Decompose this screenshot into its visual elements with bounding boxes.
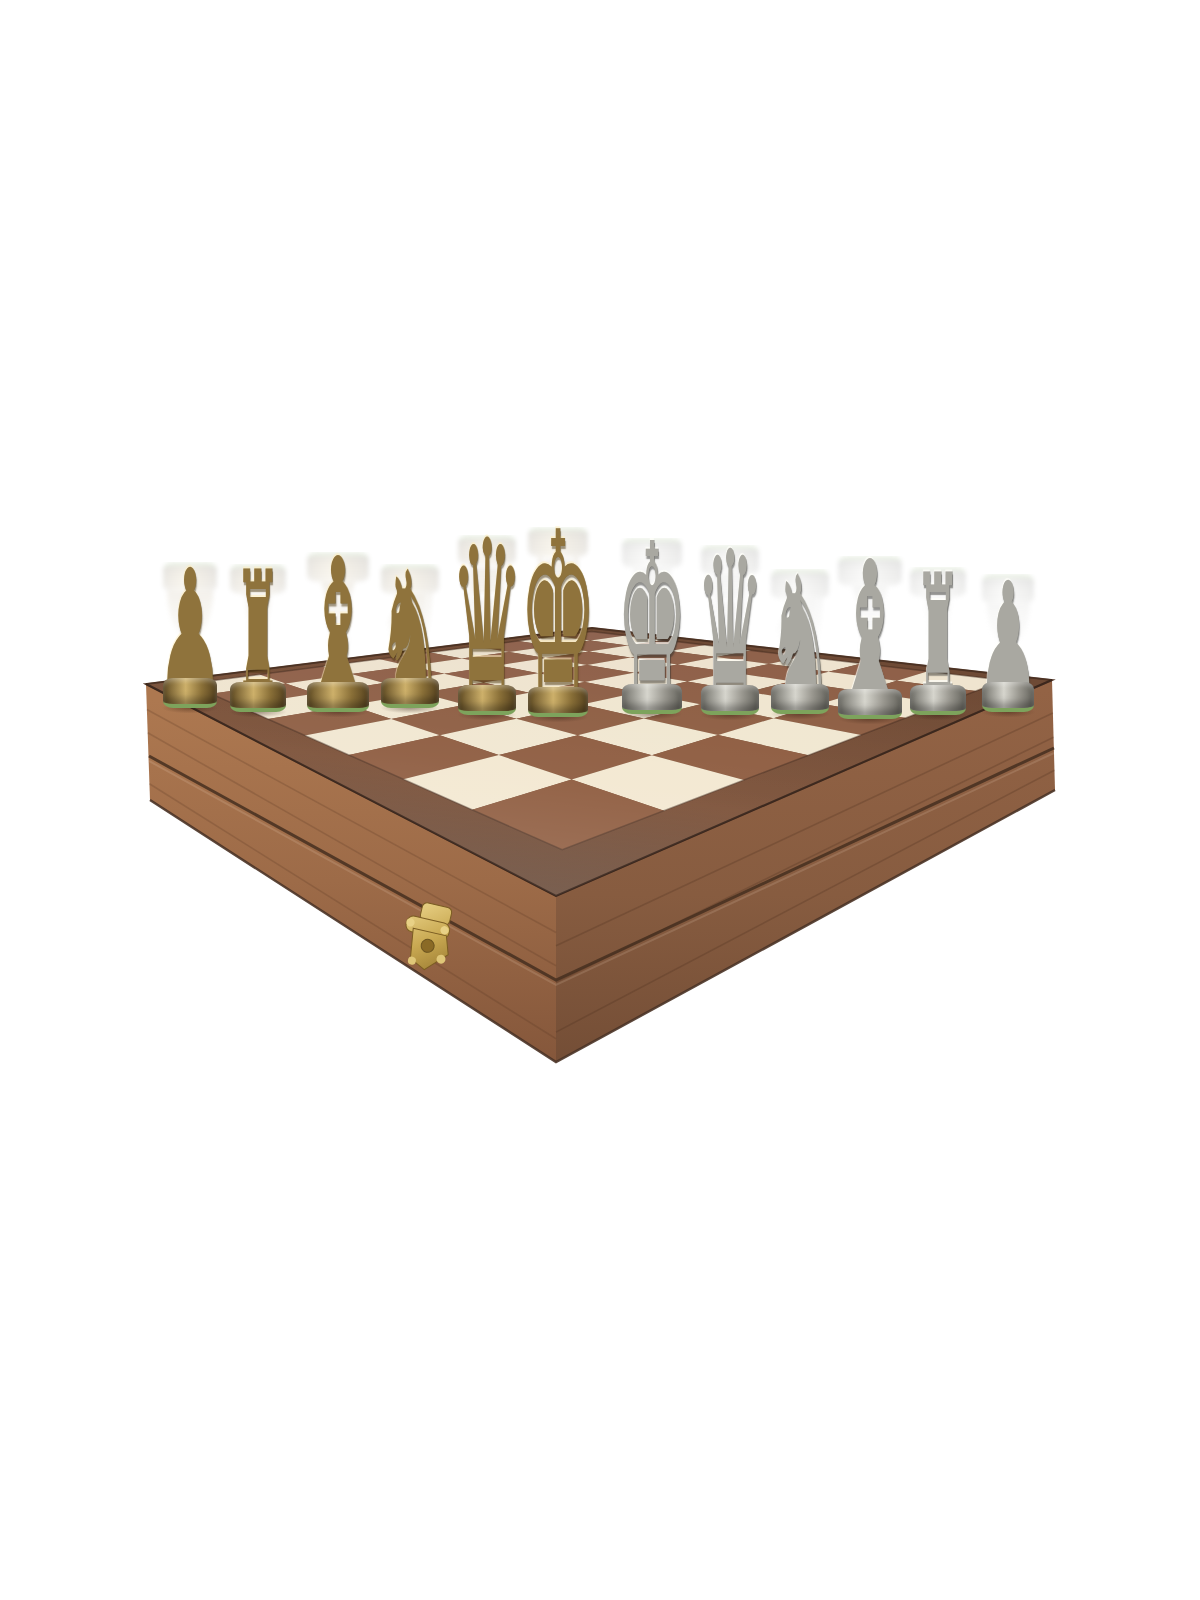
piece-contact-shadow (449, 708, 525, 722)
silver-knight-piece: ♞ (730, 567, 870, 714)
brass-bishop-piece: ♝ (268, 550, 408, 712)
reflection-brass-king-piece: ♚ (488, 527, 628, 719)
pharaoh-figure: ♚ (519, 537, 598, 717)
horus-falcon-figure: ♝ (299, 555, 377, 702)
pharaoh-attendant-figure: ♟ (976, 584, 1040, 707)
piece-base (458, 535, 516, 565)
silver-rook-piece: ♜ (868, 565, 1008, 715)
brass-rook-piece: ♜ (188, 562, 328, 712)
piece-base (982, 574, 1034, 604)
reflection-brass-bishop-piece: ♝ (268, 552, 408, 714)
pharaoh-attendant-figure: ♟ (156, 572, 224, 704)
reflection-silver-queen-piece: ♛ (660, 545, 800, 717)
anubis-figure: ♞ (376, 568, 443, 698)
piece-base (622, 538, 682, 568)
pharaoh-figure: ♚ (519, 527, 598, 707)
piece-contact-shadow (519, 710, 597, 724)
obelisk-figure: ♜ (235, 568, 281, 702)
silver-bishop-piece: ♝ (800, 554, 940, 719)
pharaoh-attendant-figure: ♟ (976, 579, 1040, 702)
piece-contact-shadow (298, 705, 378, 719)
pharaoh-figure: ♚ (616, 548, 688, 713)
obelisk-figure: ♜ (915, 577, 961, 711)
pieces-layer: ♟♟♜♜♝♝♞♞♛♛♚♚♚♚♛♛♞♞♝♝♜♜♟♟ (0, 0, 1200, 1600)
piece-base (838, 556, 902, 586)
brass-king-piece: ♚ (488, 525, 628, 717)
piece-contact-shadow (372, 701, 448, 715)
piece-contact-shadow (154, 701, 226, 715)
pharaoh-attendant-figure: ♟ (156, 566, 224, 698)
piece-contact-shadow (221, 705, 295, 719)
pharaoh-figure: ♚ (616, 539, 688, 704)
piece-contact-shadow (829, 712, 911, 726)
reflection-silver-bishop-piece: ♝ (800, 556, 940, 721)
brass-pawn-piece: ♟ (120, 560, 260, 708)
anubis-figure: ♞ (766, 573, 834, 704)
piece-base (701, 545, 759, 575)
silver-pawn-piece: ♟ (938, 572, 1078, 712)
horus-falcon-figure: ♝ (830, 558, 910, 709)
brass-queen-piece: ♛ (417, 533, 557, 715)
piece-contact-shadow (901, 708, 975, 722)
reflection-silver-king-piece: ♚ (582, 538, 722, 716)
obelisk-figure: ♜ (235, 574, 281, 708)
horus-falcon-figure: ♝ (299, 562, 377, 709)
piece-base (528, 527, 588, 557)
horus-falcon-figure: ♝ (830, 566, 910, 717)
reflection-brass-rook-piece: ♜ (188, 564, 328, 714)
piece-contact-shadow (613, 707, 691, 721)
reflection-silver-rook-piece: ♜ (868, 567, 1008, 717)
nefertiti-figure: ♛ (450, 536, 524, 705)
obelisk-figure: ♜ (915, 571, 961, 705)
product-photo-scene: ♟♟♜♜♝♝♞♞♛♛♚♚♚♚♛♛♞♞♝♝♜♜♟♟ (0, 0, 1200, 1600)
reflection-brass-queen-piece: ♛ (417, 535, 557, 717)
piece-base (381, 564, 439, 594)
anubis-figure: ♞ (376, 574, 443, 704)
silver-queen-piece: ♛ (660, 543, 800, 715)
piece-contact-shadow (762, 707, 838, 721)
piece-base (163, 562, 217, 592)
piece-contact-shadow (692, 708, 768, 722)
reflection-brass-pawn-piece: ♟ (120, 562, 260, 710)
piece-base (771, 569, 829, 599)
piece-base (230, 564, 286, 594)
silver-king-piece: ♚ (582, 536, 722, 714)
piece-base (307, 552, 369, 582)
anubis-figure: ♞ (766, 579, 834, 710)
nefertiti-figure: ♛ (450, 545, 524, 714)
reflection-brass-knight-piece: ♞ (340, 564, 480, 710)
reflection-silver-pawn-piece: ♟ (938, 574, 1078, 714)
reflection-silver-knight-piece: ♞ (730, 569, 870, 716)
brass-knight-piece: ♞ (340, 562, 480, 708)
nefertiti-figure: ♛ (695, 547, 764, 705)
nefertiti-figure: ♛ (695, 555, 764, 713)
piece-contact-shadow (973, 705, 1043, 719)
piece-base (910, 567, 966, 597)
